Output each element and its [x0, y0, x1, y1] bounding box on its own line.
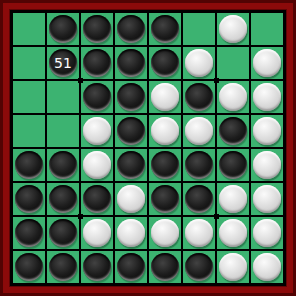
- cell-h4: [251, 115, 283, 147]
- cell-g4: [217, 115, 249, 147]
- cell-f5: [183, 149, 215, 181]
- star-point: [78, 214, 83, 219]
- white-disc-e3: [151, 83, 179, 111]
- white-disc-g8: [219, 253, 247, 281]
- white-disc-d6: [117, 185, 145, 213]
- cell-e7: [149, 217, 181, 249]
- last-move-number: 51: [54, 56, 72, 70]
- cell-g3: [217, 81, 249, 113]
- cell-e8: [149, 251, 181, 283]
- cell-a4[interactable]: [13, 115, 45, 147]
- cell-b5: [47, 149, 79, 181]
- cell-g6: [217, 183, 249, 215]
- black-disc-g4: [219, 117, 247, 145]
- cell-c7: [81, 217, 113, 249]
- cell-h1[interactable]: [251, 13, 283, 45]
- cell-h6: [251, 183, 283, 215]
- white-disc-f4: [185, 117, 213, 145]
- white-disc-h7: [253, 219, 281, 247]
- white-disc-f7: [185, 219, 213, 247]
- cell-e6: [149, 183, 181, 215]
- star-point: [214, 78, 219, 83]
- cell-h3: [251, 81, 283, 113]
- black-disc-d8: [117, 253, 145, 281]
- white-disc-h6: [253, 185, 281, 213]
- black-disc-c6: [83, 185, 111, 213]
- black-disc-a8: [15, 253, 43, 281]
- white-disc-c5: [83, 151, 111, 179]
- cell-a1[interactable]: [13, 13, 45, 45]
- board-frame-ridge: 51: [9, 9, 287, 287]
- cell-f1[interactable]: [183, 13, 215, 45]
- cell-c2: [81, 47, 113, 79]
- cell-g8: [217, 251, 249, 283]
- white-disc-c7: [83, 219, 111, 247]
- cell-d8: [115, 251, 147, 283]
- black-disc-e6: [151, 185, 179, 213]
- white-disc-g7: [219, 219, 247, 247]
- black-disc-d2: [117, 49, 145, 77]
- black-disc-d1: [117, 15, 145, 43]
- black-disc-g5: [219, 151, 247, 179]
- black-disc-c3: [83, 83, 111, 111]
- black-disc-a6: [15, 185, 43, 213]
- star-point: [214, 214, 219, 219]
- cell-b3[interactable]: [47, 81, 79, 113]
- board-inner-edge: 51: [10, 10, 286, 286]
- black-disc-b6: [49, 185, 77, 213]
- board-frame: 51: [0, 0, 296, 296]
- black-disc-f6: [185, 185, 213, 213]
- cell-c8: [81, 251, 113, 283]
- board-frame-red: 51: [3, 3, 293, 293]
- black-disc-d4: [117, 117, 145, 145]
- cell-b1: [47, 13, 79, 45]
- cell-d6: [115, 183, 147, 215]
- cell-d7: [115, 217, 147, 249]
- cell-c4: [81, 115, 113, 147]
- black-disc-a5: [15, 151, 43, 179]
- black-disc-b5: [49, 151, 77, 179]
- cell-f3: [183, 81, 215, 113]
- cell-e4: [149, 115, 181, 147]
- cell-f2: [183, 47, 215, 79]
- cell-c3: [81, 81, 113, 113]
- cell-a2[interactable]: [13, 47, 45, 79]
- black-disc-c1: [83, 15, 111, 43]
- white-disc-d7: [117, 219, 145, 247]
- cell-e2: [149, 47, 181, 79]
- cell-h5: [251, 149, 283, 181]
- cell-h7: [251, 217, 283, 249]
- white-disc-f2: [185, 49, 213, 77]
- cell-g1: [217, 13, 249, 45]
- cell-b8: [47, 251, 79, 283]
- cell-a6: [13, 183, 45, 215]
- black-disc-c2: [83, 49, 111, 77]
- black-disc-b2: 51: [49, 49, 77, 77]
- white-disc-h5: [253, 151, 281, 179]
- cell-b4[interactable]: [47, 115, 79, 147]
- cell-f6: [183, 183, 215, 215]
- cell-e3: [149, 81, 181, 113]
- cell-a7: [13, 217, 45, 249]
- white-disc-h4: [253, 117, 281, 145]
- cell-a5: [13, 149, 45, 181]
- cell-b7: [47, 217, 79, 249]
- cell-a3[interactable]: [13, 81, 45, 113]
- cell-f4: [183, 115, 215, 147]
- cell-g7: [217, 217, 249, 249]
- white-disc-e7: [151, 219, 179, 247]
- cell-f8: [183, 251, 215, 283]
- black-disc-a7: [15, 219, 43, 247]
- black-disc-e2: [151, 49, 179, 77]
- cell-e5: [149, 149, 181, 181]
- black-disc-e8: [151, 253, 179, 281]
- cell-d2: [115, 47, 147, 79]
- cell-c6: [81, 183, 113, 215]
- black-disc-b7: [49, 219, 77, 247]
- white-disc-g6: [219, 185, 247, 213]
- black-disc-b1: [49, 15, 77, 43]
- cell-b2: 51: [47, 47, 79, 79]
- cell-h8: [251, 251, 283, 283]
- black-disc-d3: [117, 83, 145, 111]
- cell-c5: [81, 149, 113, 181]
- cell-d1: [115, 13, 147, 45]
- black-disc-f8: [185, 253, 213, 281]
- star-point: [78, 78, 83, 83]
- cell-a8: [13, 251, 45, 283]
- cell-f7: [183, 217, 215, 249]
- white-disc-c4: [83, 117, 111, 145]
- white-disc-h3: [253, 83, 281, 111]
- black-disc-f5: [185, 151, 213, 179]
- black-disc-e1: [151, 15, 179, 43]
- cell-c1: [81, 13, 113, 45]
- cell-e1: [149, 13, 181, 45]
- board-grid: 51: [13, 13, 283, 283]
- white-disc-g1: [219, 15, 247, 43]
- cell-b6: [47, 183, 79, 215]
- cell-d5: [115, 149, 147, 181]
- black-disc-d5: [117, 151, 145, 179]
- black-disc-b8: [49, 253, 77, 281]
- cell-d3: [115, 81, 147, 113]
- black-disc-c8: [83, 253, 111, 281]
- white-disc-h8: [253, 253, 281, 281]
- cell-g2[interactable]: [217, 47, 249, 79]
- black-disc-e5: [151, 151, 179, 179]
- cell-d4: [115, 115, 147, 147]
- white-disc-e4: [151, 117, 179, 145]
- cell-h2: [251, 47, 283, 79]
- white-disc-h2: [253, 49, 281, 77]
- white-disc-g3: [219, 83, 247, 111]
- black-disc-f3: [185, 83, 213, 111]
- cell-g5: [217, 149, 249, 181]
